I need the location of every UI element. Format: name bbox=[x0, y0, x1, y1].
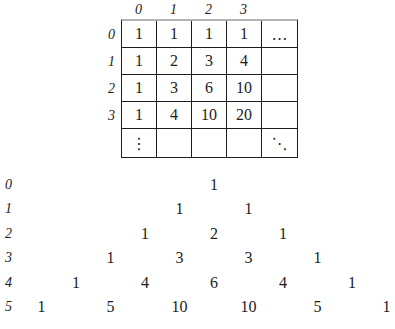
table-cell-r3c0: 1 bbox=[122, 102, 157, 129]
table-cell-r3c1: 4 bbox=[157, 102, 192, 129]
triangle-row-2: 1 2 1 bbox=[111, 224, 318, 244]
table-cell-r1c4 bbox=[262, 48, 297, 75]
triangle-value: 1 bbox=[249, 224, 318, 244]
table-cell-r1c2: 3 bbox=[192, 48, 227, 75]
triangle-value: 1 bbox=[42, 273, 111, 293]
diagonal-ellipsis: ⋱ bbox=[262, 129, 297, 157]
triangle-value: 6 bbox=[180, 273, 249, 293]
triangle-value: 1 bbox=[7, 297, 76, 317]
table-cell-r0c2: 1 bbox=[192, 21, 227, 48]
triangle-value: 1 bbox=[76, 248, 145, 268]
triangle-row-5: 1 5 10 10 5 1 bbox=[7, 297, 395, 317]
horizontal-ellipsis: … bbox=[262, 21, 297, 48]
row-header-1: 1 bbox=[103, 48, 120, 75]
table-cell-r3c2: 10 bbox=[192, 102, 227, 129]
table-cell-r3c3: 20 bbox=[227, 102, 262, 129]
table-cell-r4c3 bbox=[227, 129, 262, 157]
triangle-value: 10 bbox=[145, 297, 214, 317]
triangle-row-label-1: 1 bbox=[5, 199, 21, 219]
triangle-value: 1 bbox=[180, 175, 249, 195]
triangle-value: 1 bbox=[145, 199, 214, 219]
table-cell-r2c1: 3 bbox=[157, 75, 192, 102]
triangle-row-label-0: 0 bbox=[5, 175, 21, 195]
row-header-2: 2 bbox=[103, 75, 120, 102]
triangle-row-label-2: 2 bbox=[5, 224, 21, 244]
triangle-row-0: 1 bbox=[180, 175, 249, 195]
triangle-value: 2 bbox=[180, 224, 249, 244]
col-header-3: 3 bbox=[226, 1, 261, 19]
figure-binomial-coefficients: 0 1 2 3 0 1 2 3 1 1 1 1 … 1 2 3 4 1 3 6 … bbox=[0, 0, 395, 329]
triangle-value: 5 bbox=[76, 297, 145, 317]
triangle-row-4: 1 4 6 4 1 bbox=[42, 273, 387, 293]
table-cell-r4c2 bbox=[192, 129, 227, 157]
triangle-row-1: 1 1 bbox=[145, 199, 283, 219]
table-cell-r4c1 bbox=[157, 129, 192, 157]
table-cell-r1c1: 2 bbox=[157, 48, 192, 75]
binomial-table: 1 1 1 1 … 1 2 3 4 1 3 6 10 1 4 10 20 ⋮ ⋱ bbox=[121, 19, 298, 158]
triangle-value: 1 bbox=[352, 297, 395, 317]
table-row-headers: 0 1 2 3 bbox=[103, 21, 120, 129]
row-header-0: 0 bbox=[103, 21, 120, 48]
table-cell-r3c4 bbox=[262, 102, 297, 129]
triangle-row-label-3: 3 bbox=[5, 248, 21, 268]
triangle-value: 4 bbox=[249, 273, 318, 293]
triangle-value: 1 bbox=[283, 248, 352, 268]
triangle-value: 1 bbox=[214, 199, 283, 219]
table-cell-r0c0: 1 bbox=[122, 21, 157, 48]
table-cell-r0c1: 1 bbox=[157, 21, 192, 48]
triangle-value: 1 bbox=[318, 273, 387, 293]
col-header-2: 2 bbox=[191, 1, 226, 19]
table-cell-r2c0: 1 bbox=[122, 75, 157, 102]
col-header-0: 0 bbox=[121, 1, 156, 19]
triangle-value: 3 bbox=[214, 248, 283, 268]
triangle-value: 10 bbox=[214, 297, 283, 317]
vertical-ellipsis: ⋮ bbox=[122, 129, 157, 157]
table-cell-r0c3: 1 bbox=[227, 21, 262, 48]
table-column-headers: 0 1 2 3 bbox=[121, 1, 261, 19]
triangle-value: 5 bbox=[283, 297, 352, 317]
table-cell-r2c3: 10 bbox=[227, 75, 262, 102]
triangle-row-3: 1 3 3 1 bbox=[76, 248, 352, 268]
table-cell-r1c0: 1 bbox=[122, 48, 157, 75]
table-cell-r2c4 bbox=[262, 75, 297, 102]
triangle-value: 4 bbox=[111, 273, 180, 293]
row-header-3: 3 bbox=[103, 102, 120, 129]
triangle-value: 3 bbox=[145, 248, 214, 268]
table-cell-r2c2: 6 bbox=[192, 75, 227, 102]
table-cell-r1c3: 4 bbox=[227, 48, 262, 75]
triangle-value: 1 bbox=[111, 224, 180, 244]
col-header-1: 1 bbox=[156, 1, 191, 19]
triangle-row-label-4: 4 bbox=[5, 273, 21, 293]
